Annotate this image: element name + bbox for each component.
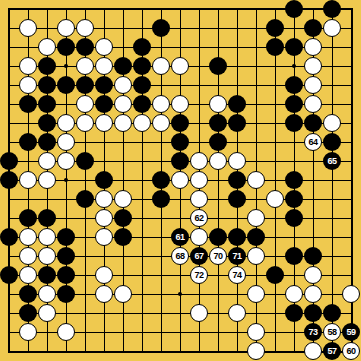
black-stone: [19, 304, 37, 322]
white-stone: [152, 95, 170, 113]
white-stone: [190, 228, 208, 246]
white-stone: [171, 171, 189, 189]
white-stone: [19, 228, 37, 246]
white-stone: [171, 95, 189, 113]
white-stone: 62: [190, 209, 208, 227]
white-stone: [19, 171, 37, 189]
black-stone: [133, 95, 151, 113]
white-stone: [19, 57, 37, 75]
white-stone: [114, 190, 132, 208]
white-stone: [95, 266, 113, 284]
black-stone: [285, 304, 303, 322]
move-number-label: 74: [232, 271, 241, 280]
white-stone: [247, 342, 265, 360]
white-stone: [38, 285, 56, 303]
move-number-label: 70: [213, 252, 222, 261]
black-stone: [38, 114, 56, 132]
black-stone: [19, 95, 37, 113]
black-stone: [57, 228, 75, 246]
black-stone: [57, 247, 75, 265]
black-stone: 73: [304, 323, 322, 341]
black-stone: [57, 266, 75, 284]
white-stone: [304, 57, 322, 75]
white-stone: [247, 247, 265, 265]
black-stone: [0, 228, 18, 246]
black-stone: [171, 152, 189, 170]
black-stone: [228, 171, 246, 189]
black-stone: [209, 114, 227, 132]
black-stone: [323, 304, 341, 322]
black-stone: [38, 57, 56, 75]
white-stone: [190, 152, 208, 170]
black-stone: [57, 38, 75, 56]
go-diagram-screen: 646562616867707172747358595760: [0, 0, 361, 361]
white-stone: [285, 285, 303, 303]
white-stone: 72: [190, 266, 208, 284]
white-stone: [247, 285, 265, 303]
black-stone: [304, 247, 322, 265]
white-stone: 68: [171, 247, 189, 265]
black-stone: [228, 114, 246, 132]
white-stone: [114, 95, 132, 113]
move-number-label: 68: [175, 252, 184, 261]
black-stone: [304, 19, 322, 37]
black-stone: [285, 247, 303, 265]
white-stone: [228, 304, 246, 322]
black-stone: [285, 190, 303, 208]
white-stone: [95, 38, 113, 56]
black-stone: [152, 171, 170, 189]
move-number-label: 67: [194, 252, 203, 261]
white-stone: [19, 19, 37, 37]
white-stone: [76, 114, 94, 132]
black-stone: [285, 114, 303, 132]
white-stone: [95, 209, 113, 227]
white-stone: [323, 114, 341, 132]
white-stone: [38, 38, 56, 56]
star-point: [292, 64, 296, 68]
white-stone: [209, 152, 227, 170]
black-stone: [304, 114, 322, 132]
white-stone: [38, 171, 56, 189]
white-stone: 64: [304, 133, 322, 151]
black-stone: [209, 57, 227, 75]
black-stone: [114, 57, 132, 75]
white-stone: [114, 114, 132, 132]
black-stone: 67: [190, 247, 208, 265]
white-stone: [304, 342, 322, 360]
black-stone: 65: [323, 152, 341, 170]
white-stone: [57, 19, 75, 37]
black-stone: [152, 19, 170, 37]
white-stone: [95, 114, 113, 132]
white-stone: [247, 323, 265, 341]
black-stone: [285, 209, 303, 227]
white-stone: [38, 152, 56, 170]
go-board[interactable]: 646562616867707172747358595760: [0, 0, 361, 361]
white-stone: [152, 114, 170, 132]
white-stone: 70: [209, 247, 227, 265]
black-stone: [285, 95, 303, 113]
white-stone: [228, 152, 246, 170]
black-stone: [76, 76, 94, 94]
white-stone: [38, 304, 56, 322]
move-number-label: 62: [194, 214, 203, 223]
white-stone: [38, 228, 56, 246]
black-stone: [38, 76, 56, 94]
white-stone: [209, 95, 227, 113]
white-stone: [171, 57, 189, 75]
black-stone: [76, 152, 94, 170]
black-stone: 71: [228, 247, 246, 265]
white-stone: [304, 285, 322, 303]
white-stone: [76, 19, 94, 37]
black-stone: [19, 285, 37, 303]
white-stone: [152, 57, 170, 75]
black-stone: 61: [171, 228, 189, 246]
black-stone: [171, 114, 189, 132]
white-stone: [57, 114, 75, 132]
white-stone: [95, 190, 113, 208]
black-stone: [228, 190, 246, 208]
black-stone: [114, 209, 132, 227]
black-stone: 57: [323, 342, 341, 360]
white-stone: [190, 190, 208, 208]
white-stone: [38, 247, 56, 265]
white-stone: [266, 190, 284, 208]
black-stone: [323, 0, 341, 18]
black-stone: 59: [342, 323, 360, 341]
white-stone: [114, 285, 132, 303]
black-stone: [95, 95, 113, 113]
black-stone: [95, 76, 113, 94]
black-stone: [285, 0, 303, 18]
move-number-label: 60: [346, 347, 355, 356]
black-stone: [133, 38, 151, 56]
white-stone: [190, 304, 208, 322]
black-stone: [133, 76, 151, 94]
move-number-label: 61: [175, 233, 184, 242]
black-stone: [152, 190, 170, 208]
white-stone: [95, 57, 113, 75]
black-stone: [266, 19, 284, 37]
white-stone: 58: [323, 323, 341, 341]
move-number-label: 58: [327, 328, 336, 337]
white-stone: [19, 266, 37, 284]
white-stone: 74: [228, 266, 246, 284]
black-stone: [57, 76, 75, 94]
white-stone: [19, 247, 37, 265]
star-point: [64, 178, 68, 182]
black-stone: [0, 152, 18, 170]
black-stone: [247, 228, 265, 246]
move-number-label: 65: [327, 157, 336, 166]
white-stone: [323, 19, 341, 37]
black-stone: [228, 95, 246, 113]
black-stone: [95, 171, 113, 189]
black-stone: [304, 304, 322, 322]
white-stone: [57, 152, 75, 170]
black-stone: [0, 171, 18, 189]
white-stone: [304, 38, 322, 56]
black-stone: [57, 285, 75, 303]
black-stone: [228, 228, 246, 246]
black-stone: [38, 95, 56, 113]
black-stone: [38, 133, 56, 151]
black-stone: [285, 171, 303, 189]
white-stone: [114, 76, 132, 94]
black-stone: [266, 266, 284, 284]
white-stone: [19, 76, 37, 94]
black-stone: [133, 57, 151, 75]
white-stone: [133, 114, 151, 132]
black-stone: [285, 38, 303, 56]
black-stone: [266, 38, 284, 56]
move-number-label: 57: [327, 347, 336, 356]
star-point: [64, 64, 68, 68]
black-stone: [19, 133, 37, 151]
black-stone: [38, 266, 56, 284]
white-stone: [247, 209, 265, 227]
black-stone: [19, 209, 37, 227]
white-stone: [57, 323, 75, 341]
black-stone: [209, 133, 227, 151]
white-stone: [19, 323, 37, 341]
white-stone: [304, 95, 322, 113]
move-number-label: 59: [346, 328, 355, 337]
white-stone: [76, 95, 94, 113]
move-number-label: 64: [308, 138, 317, 147]
white-stone: 60: [342, 342, 360, 360]
move-number-label: 71: [232, 252, 241, 261]
black-stone: [76, 38, 94, 56]
white-stone: [190, 171, 208, 189]
star-point: [178, 292, 182, 296]
white-stone: [57, 133, 75, 151]
black-stone: [171, 133, 189, 151]
white-stone: [304, 266, 322, 284]
white-stone: [76, 57, 94, 75]
black-stone: [285, 76, 303, 94]
white-stone: [247, 171, 265, 189]
white-stone: [95, 228, 113, 246]
move-number-label: 73: [308, 328, 317, 337]
move-number-label: 72: [194, 271, 203, 280]
black-stone: [76, 190, 94, 208]
black-stone: [0, 266, 18, 284]
black-stone: [209, 228, 227, 246]
black-stone: [38, 209, 56, 227]
white-stone: [95, 285, 113, 303]
black-stone: [114, 228, 132, 246]
white-stone: [304, 76, 322, 94]
black-stone: [323, 133, 341, 151]
white-stone: [342, 285, 360, 303]
